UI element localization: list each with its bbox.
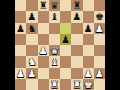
square-h3[interactable] [94,56,105,67]
piece-black-pawn[interactable]: ♟ [61,34,70,45]
piece-white-pawn[interactable]: ♟ [95,68,104,79]
square-a1[interactable] [15,79,26,90]
square-f3[interactable] [71,56,82,67]
square-e5[interactable]: ♟ [60,34,71,45]
square-d6[interactable] [49,23,60,34]
square-d3[interactable]: ♝ [49,56,60,67]
piece-black-pawn[interactable]: ♟ [84,23,93,34]
square-h6[interactable]: ♟ [94,23,105,34]
piece-black-bishop[interactable]: ♝ [50,11,59,22]
square-c6[interactable] [38,23,49,34]
piece-black-pawn[interactable]: ♟ [16,23,25,34]
square-a5[interactable] [15,34,26,45]
square-d7[interactable]: ♝ [49,11,60,22]
square-g3[interactable] [83,56,94,67]
square-b2[interactable]: ♟ [26,68,37,79]
square-e8[interactable] [60,0,71,11]
square-d8[interactable]: ♛ [49,0,60,11]
square-a3[interactable] [15,56,26,67]
piece-black-pawn[interactable]: ♟ [72,11,81,22]
video-frame: ♜♛♜♟♝♟♚♟♞♟♟♟♟♛♞♝♟♟♟♟♜♜♚ [0,0,120,90]
piece-black-knight[interactable]: ♞ [27,23,36,34]
square-c2[interactable] [38,68,49,79]
square-d4[interactable]: ♛ [49,45,60,56]
square-b8[interactable] [26,0,37,11]
square-f1[interactable]: ♜ [71,79,82,90]
square-b4[interactable] [26,45,37,56]
square-f8[interactable]: ♜ [71,0,82,11]
square-c7[interactable] [38,11,49,22]
square-g7[interactable] [83,11,94,22]
piece-white-rook[interactable]: ♜ [50,79,59,90]
square-c4[interactable]: ♟ [38,45,49,56]
square-b5[interactable] [26,34,37,45]
piece-black-rook[interactable]: ♜ [39,0,48,11]
piece-black-queen[interactable]: ♛ [50,0,59,11]
square-e3[interactable] [60,56,71,67]
piece-white-pawn[interactable]: ♟ [27,68,36,79]
piece-white-bishop[interactable]: ♝ [50,56,59,67]
square-h7[interactable]: ♚ [94,11,105,22]
square-e7[interactable] [60,11,71,22]
square-g2[interactable]: ♟ [83,68,94,79]
square-d5[interactable] [49,34,60,45]
piece-white-pawn[interactable]: ♟ [84,68,93,79]
square-b1[interactable] [26,79,37,90]
piece-black-pawn[interactable]: ♟ [27,11,36,22]
letterbox-bar-left [0,0,15,90]
square-c3[interactable] [38,56,49,67]
square-h4[interactable] [94,45,105,56]
square-h1[interactable] [94,79,105,90]
square-e1[interactable] [60,79,71,90]
square-a7[interactable] [15,11,26,22]
chess-board[interactable]: ♜♛♜♟♝♟♚♟♞♟♟♟♟♛♞♝♟♟♟♟♜♜♚ [15,0,105,90]
piece-white-rook[interactable]: ♜ [72,79,81,90]
square-b6[interactable]: ♞ [26,23,37,34]
square-a4[interactable] [15,45,26,56]
square-a8[interactable] [15,0,26,11]
piece-white-pawn[interactable]: ♟ [95,23,104,34]
piece-white-pawn[interactable]: ♟ [16,68,25,79]
square-d2[interactable] [49,68,60,79]
square-h2[interactable]: ♟ [94,68,105,79]
square-a2[interactable]: ♟ [15,68,26,79]
square-h8[interactable] [94,0,105,11]
square-f6[interactable] [71,23,82,34]
piece-black-rook[interactable]: ♜ [72,0,81,11]
square-g8[interactable] [83,0,94,11]
piece-white-pawn[interactable]: ♟ [39,45,48,56]
piece-white-knight[interactable]: ♞ [27,56,36,67]
square-e6[interactable] [60,23,71,34]
piece-white-queen[interactable]: ♛ [50,45,59,56]
square-f5[interactable] [71,34,82,45]
square-b3[interactable]: ♞ [26,56,37,67]
square-c5[interactable] [38,34,49,45]
piece-white-king[interactable]: ♚ [84,79,93,90]
square-g1[interactable]: ♚ [83,79,94,90]
square-g5[interactable] [83,34,94,45]
square-e4[interactable] [60,45,71,56]
square-f7[interactable]: ♟ [71,11,82,22]
square-g4[interactable] [83,45,94,56]
square-c1[interactable] [38,79,49,90]
square-f4[interactable] [71,45,82,56]
square-d1[interactable]: ♜ [49,79,60,90]
square-g6[interactable]: ♟ [83,23,94,34]
piece-black-king[interactable]: ♚ [95,11,104,22]
square-b7[interactable]: ♟ [26,11,37,22]
letterbox-bar-right [105,0,120,90]
square-e2[interactable] [60,68,71,79]
square-h5[interactable] [94,34,105,45]
square-a6[interactable]: ♟ [15,23,26,34]
square-f2[interactable] [71,68,82,79]
square-c8[interactable]: ♜ [38,0,49,11]
